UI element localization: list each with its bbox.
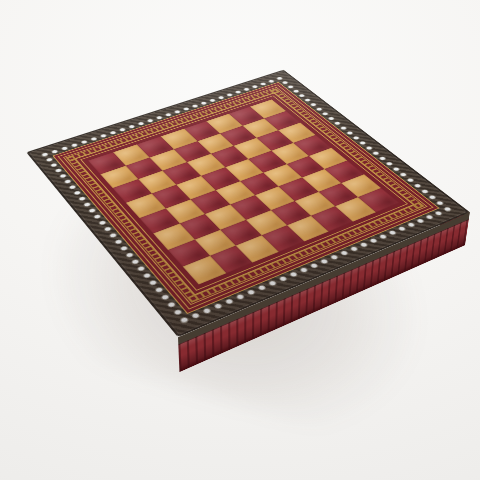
- photo-scene: [0, 0, 480, 480]
